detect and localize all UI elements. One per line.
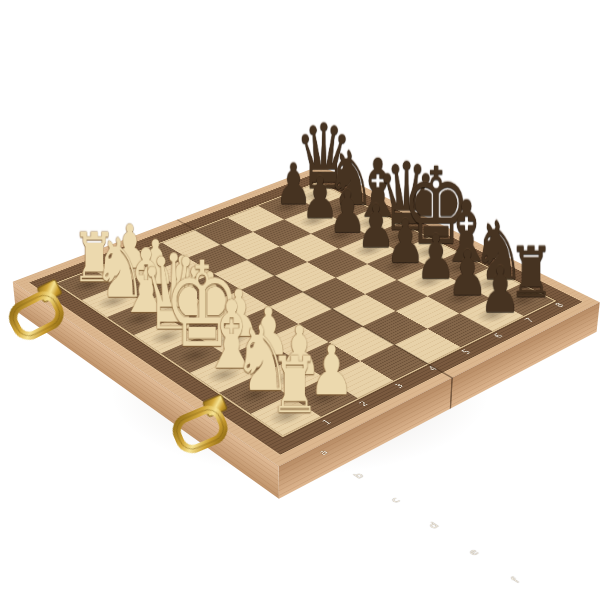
rank-label-top-2: 2 (357, 400, 370, 407)
file-label-left-f: f (509, 576, 522, 584)
rank-label-top-8: 8 (554, 302, 566, 308)
piece-black-queen-d8: ♛ (376, 155, 437, 241)
file-label-left-d: d (426, 521, 441, 530)
rank-label-top-6: 6 (493, 333, 505, 339)
piece-white-pawn-a2: ♟ (110, 219, 149, 275)
fold-seam-side (450, 377, 453, 409)
piece-black-bishop-c8: ♝ (352, 153, 404, 226)
square-h7: ♟ (460, 299, 524, 332)
square-b1: ♞ (82, 286, 144, 318)
product-photo-scene: ♜♟♟♛♞♟♟♞♝♟♟♝♛♟♟♛♚♟♟♚♝♟♟♝♞♟♟♞♜♟♟♜ 11aa22b… (0, 0, 600, 600)
rank-label-top-3: 3 (393, 382, 406, 389)
piece-black-bishop-f8: ♝ (439, 194, 494, 271)
file-label-left-e: e (466, 548, 481, 558)
piece-black-knight-b8: ♞ (326, 144, 374, 212)
rank-label-top-5: 5 (461, 349, 473, 356)
piece-black-queen-a8: ♛ (295, 117, 353, 199)
rank-label-top-7: 7 (524, 317, 536, 323)
square-a8: ♛ (289, 183, 345, 208)
rank-label-top-1: 1 (320, 418, 333, 426)
